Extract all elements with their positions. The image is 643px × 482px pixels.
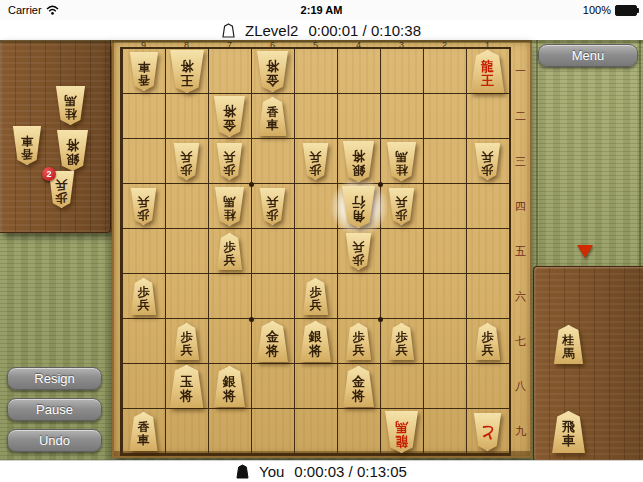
board-grid: 香車王将金将龍王金将香車歩兵歩兵歩兵銀将桂馬歩兵歩兵桂馬歩兵角行歩兵歩兵歩兵歩兵…	[120, 47, 511, 456]
board-cell[interactable]	[337, 94, 380, 139]
shogi-piece-P[interactable]: 歩兵	[302, 278, 329, 315]
status-time: 2:19 AM	[0, 4, 643, 16]
board-cell[interactable]	[294, 94, 337, 139]
shogi-piece-L[interactable]: 香車	[258, 97, 288, 136]
shogi-piece-P[interactable]: 歩兵	[259, 188, 286, 225]
board-cell[interactable]	[208, 409, 251, 454]
opponent-hand-tray: 桂馬香車銀将歩兵2	[0, 40, 111, 233]
rank-labels: 一二三四五六七八九	[510, 49, 531, 454]
board-cell[interactable]	[208, 274, 251, 319]
player-piece-icon	[236, 464, 249, 479]
board-cell[interactable]	[208, 49, 251, 94]
resign-button[interactable]: Resign	[7, 367, 102, 390]
opponent-time: 0:00:01 / 0:10:38	[308, 22, 421, 39]
shogi-piece-P[interactable]: 歩兵	[216, 233, 243, 270]
rank-label: 六	[510, 274, 531, 319]
opponent-clock: ZLevel2 0:00:01 / 0:10:38	[0, 20, 643, 40]
rank-label: 一	[510, 49, 531, 94]
shogi-piece-K[interactable]: 王将	[169, 50, 205, 93]
battery-percent: 100%	[583, 4, 611, 16]
board-cell[interactable]	[423, 184, 466, 229]
board-cell[interactable]	[122, 229, 165, 274]
hoshi-dot	[249, 182, 254, 187]
board-cell[interactable]	[251, 229, 294, 274]
shogi-piece-P[interactable]: 歩兵	[388, 323, 415, 360]
board-cell[interactable]	[251, 364, 294, 409]
board-cell[interactable]	[294, 409, 337, 454]
shogi-piece-S[interactable]: 銀将	[342, 141, 375, 182]
shogi-piece-G[interactable]: 金将	[256, 321, 289, 362]
shogi-piece-G[interactable]: 金将	[342, 366, 375, 407]
captured-count-badge: 2	[42, 167, 56, 181]
board-cell[interactable]	[122, 319, 165, 364]
shogi-board: 987654321 一二三四五六七八九 香車王将金将龍王金将香車歩兵歩兵歩兵銀将…	[112, 40, 532, 458]
board-cell[interactable]	[337, 49, 380, 94]
shogi-piece-P[interactable]: 歩兵	[345, 233, 372, 270]
board-cell[interactable]	[294, 49, 337, 94]
board-cell[interactable]	[466, 229, 509, 274]
board-cell[interactable]	[380, 364, 423, 409]
shogi-piece-S[interactable]: 銀将	[299, 321, 332, 362]
board-cell[interactable]	[165, 184, 208, 229]
pause-button[interactable]: Pause	[7, 398, 102, 421]
board-cell[interactable]	[423, 409, 466, 454]
menu-button[interactable]: Menu	[538, 44, 638, 67]
shogi-piece-K[interactable]: 玉将	[169, 365, 205, 408]
shogi-piece-S[interactable]: 銀将	[213, 366, 246, 407]
shogi-piece-P[interactable]: 歩兵	[130, 278, 157, 315]
shogi-piece-G[interactable]: 金将	[256, 51, 289, 92]
board-cell[interactable]	[466, 364, 509, 409]
shogi-piece-P[interactable]: 歩兵	[216, 143, 243, 180]
rank-label: 九	[510, 409, 531, 454]
board-cell[interactable]	[466, 274, 509, 319]
board-cell[interactable]	[423, 94, 466, 139]
shogi-piece-G[interactable]: 金将	[213, 96, 246, 137]
rank-label: 四	[510, 184, 531, 229]
shogi-piece-N[interactable]: 桂馬	[386, 142, 417, 181]
player-clock: You 0:00:03 / 0:13:05	[0, 460, 643, 482]
shogi-piece-promoted-B[interactable]: 龍馬	[384, 411, 419, 453]
board-cell[interactable]	[165, 229, 208, 274]
board-cell[interactable]	[251, 274, 294, 319]
shogi-piece-P[interactable]: 歩兵	[173, 323, 200, 360]
shogi-piece-B[interactable]: 角行	[341, 186, 376, 228]
player-name: You	[259, 463, 284, 480]
board-cell[interactable]	[423, 49, 466, 94]
board-cell[interactable]	[165, 274, 208, 319]
board-cell[interactable]	[337, 274, 380, 319]
shogi-piece-P[interactable]: 歩兵	[345, 323, 372, 360]
shogi-piece-N[interactable]: 桂馬	[55, 86, 86, 125]
player-time: 0:00:03 / 0:13:05	[294, 463, 407, 480]
board-cell[interactable]	[251, 409, 294, 454]
board-cell[interactable]	[466, 184, 509, 229]
shogi-piece-P[interactable]: 歩兵	[173, 143, 200, 180]
shogi-piece-L[interactable]: 香車	[129, 412, 159, 451]
board-cell[interactable]	[337, 409, 380, 454]
board-cell[interactable]	[251, 139, 294, 184]
board-cell[interactable]	[423, 229, 466, 274]
board-cell[interactable]	[423, 274, 466, 319]
shogi-piece-P[interactable]: 歩兵2	[48, 171, 75, 208]
board-edge	[114, 451, 530, 456]
undo-button[interactable]: Undo	[7, 429, 102, 452]
board-cell[interactable]	[165, 94, 208, 139]
app-screen: Carrier 2:19 AM 100% ZLevel2 0:00:01 / 0…	[0, 0, 643, 482]
board-cell[interactable]	[165, 409, 208, 454]
board-cell[interactable]	[466, 94, 509, 139]
board-cell[interactable]	[294, 364, 337, 409]
player-hand-tray: 桂馬飛車	[533, 266, 643, 462]
rank-label: 三	[510, 139, 531, 184]
shogi-piece-P[interactable]: 歩兵	[302, 143, 329, 180]
shogi-piece-S[interactable]: 銀将	[56, 130, 89, 171]
shogi-piece-L[interactable]: 香車	[129, 52, 159, 91]
hoshi-dot	[378, 317, 383, 322]
rank-label: 七	[510, 319, 531, 364]
board-cell[interactable]	[122, 364, 165, 409]
board-cell[interactable]	[122, 94, 165, 139]
rank-label: 八	[510, 364, 531, 409]
board-cell[interactable]	[380, 94, 423, 139]
board-cell[interactable]	[423, 319, 466, 364]
shogi-piece-P[interactable]: 歩兵	[474, 323, 501, 360]
shogi-piece-P[interactable]: 歩兵	[130, 188, 157, 225]
shogi-piece-L[interactable]: 香車	[12, 126, 42, 165]
rank-label: 二	[510, 94, 531, 139]
board-cell[interactable]	[380, 274, 423, 319]
hoshi-dot	[249, 317, 254, 322]
board-cell[interactable]	[380, 229, 423, 274]
play-area: 桂馬香車銀将歩兵2 987654321 一二三四五六七八九 香車王将金将龍王金将…	[0, 40, 643, 460]
board-cell[interactable]	[380, 49, 423, 94]
board-cell[interactable]	[423, 139, 466, 184]
shogi-piece-promoted-P[interactable]: と	[473, 413, 502, 451]
shogi-piece-P[interactable]: 歩兵	[474, 143, 501, 180]
board-cell[interactable]	[122, 139, 165, 184]
opponent-piece-icon	[222, 23, 235, 38]
shogi-piece-N[interactable]: 桂馬	[214, 187, 245, 226]
battery-icon	[615, 5, 637, 16]
board-cell[interactable]	[423, 364, 466, 409]
shogi-piece-R[interactable]: 飛車	[551, 411, 586, 453]
board-cell[interactable]	[294, 229, 337, 274]
rank-label: 五	[510, 229, 531, 274]
status-bar: Carrier 2:19 AM 100%	[0, 0, 643, 20]
shogi-piece-P[interactable]: 歩兵	[388, 188, 415, 225]
opponent-name: ZLevel2	[245, 22, 298, 39]
board-cell[interactable]	[208, 319, 251, 364]
shogi-piece-promoted-R[interactable]: 龍王	[470, 50, 506, 93]
shogi-piece-N[interactable]: 桂馬	[553, 325, 584, 364]
turn-marker	[577, 245, 593, 258]
